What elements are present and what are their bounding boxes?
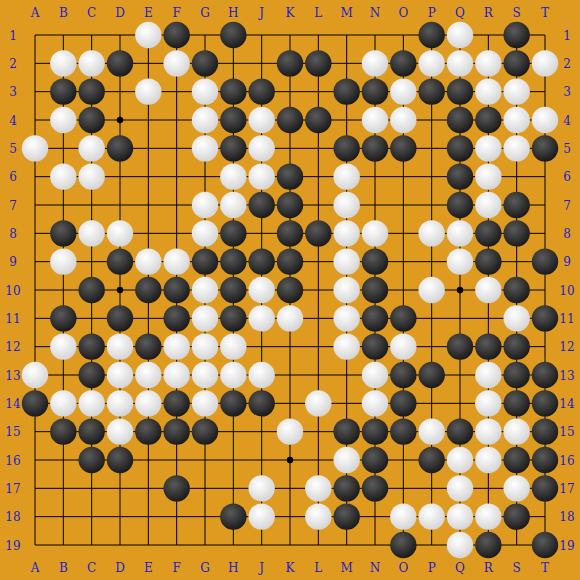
black-stone <box>135 277 161 303</box>
white-stone <box>50 390 76 416</box>
white-stone <box>305 503 331 529</box>
white-stone <box>50 248 76 274</box>
column-label-top: M <box>341 6 353 20</box>
column-label-bottom: G <box>200 561 210 575</box>
black-stone <box>532 305 558 331</box>
row-label-left: 1 <box>9 29 17 43</box>
black-stone <box>532 135 558 161</box>
white-stone <box>447 22 473 48</box>
row-label-left: 3 <box>9 85 17 99</box>
white-stone <box>220 163 246 189</box>
white-stone <box>447 220 473 246</box>
row-label-left: 19 <box>5 539 20 553</box>
black-stone <box>163 475 189 501</box>
white-stone <box>163 50 189 76</box>
column-label-top: J <box>257 6 264 20</box>
row-label-left: 5 <box>9 142 17 156</box>
column-label-top: O <box>398 6 408 20</box>
white-stone <box>418 503 444 529</box>
row-label-right: 12 <box>559 340 574 354</box>
go-board[interactable]: AABBCCDDEEFFGGHHJJKKLLMMNNOOPPQQRRSSTT11… <box>0 0 580 580</box>
row-label-left: 16 <box>5 454 20 468</box>
white-stone <box>107 220 133 246</box>
black-stone <box>362 447 388 473</box>
black-stone <box>220 390 246 416</box>
go-board-svg[interactable]: AABBCCDDEEFFGGHHJJKKLLMMNNOOPPQQRRSSTT11… <box>0 0 580 580</box>
white-stone <box>475 50 501 76</box>
column-label-top: K <box>286 6 296 20</box>
white-stone <box>333 220 359 246</box>
black-stone <box>248 192 274 218</box>
white-stone <box>475 390 501 416</box>
row-label-right: 1 <box>563 29 571 43</box>
white-stone <box>447 248 473 274</box>
black-stone <box>163 22 189 48</box>
black-stone <box>50 305 76 331</box>
black-stone <box>390 305 416 331</box>
black-stone <box>362 333 388 359</box>
white-stone <box>248 475 274 501</box>
row-label-right: 16 <box>559 454 574 468</box>
row-label-right: 4 <box>563 114 571 128</box>
row-label-left: 11 <box>5 312 20 326</box>
black-stone <box>248 390 274 416</box>
white-stone <box>248 135 274 161</box>
row-label-right: 8 <box>563 227 571 241</box>
black-stone <box>447 418 473 444</box>
black-stone <box>475 220 501 246</box>
white-stone <box>107 418 133 444</box>
white-stone <box>135 390 161 416</box>
black-stone <box>532 447 558 473</box>
white-stone <box>475 192 501 218</box>
white-stone <box>362 107 388 133</box>
white-stone <box>447 475 473 501</box>
white-stone <box>503 475 529 501</box>
white-stone <box>333 333 359 359</box>
row-label-right: 18 <box>559 510 574 524</box>
white-stone <box>447 503 473 529</box>
row-label-right: 19 <box>559 539 574 553</box>
white-stone <box>107 362 133 388</box>
row-label-left: 9 <box>9 255 17 269</box>
white-stone <box>192 135 218 161</box>
black-stone <box>362 305 388 331</box>
white-stone <box>503 418 529 444</box>
white-stone <box>78 220 104 246</box>
white-stone <box>333 192 359 218</box>
white-stone <box>163 248 189 274</box>
black-stone <box>362 277 388 303</box>
row-label-left: 12 <box>5 340 20 354</box>
white-stone <box>50 50 76 76</box>
white-stone <box>390 333 416 359</box>
column-label-top: Q <box>455 6 465 20</box>
black-stone <box>78 418 104 444</box>
white-stone <box>192 192 218 218</box>
white-stone <box>78 135 104 161</box>
row-label-right: 7 <box>563 199 571 213</box>
black-stone <box>475 248 501 274</box>
black-stone <box>532 362 558 388</box>
black-stone <box>532 248 558 274</box>
column-label-top: A <box>30 6 40 20</box>
black-stone <box>447 333 473 359</box>
black-stone <box>390 532 416 558</box>
black-stone <box>390 418 416 444</box>
white-stone <box>192 107 218 133</box>
black-stone <box>107 447 133 473</box>
white-stone <box>50 107 76 133</box>
black-stone <box>503 277 529 303</box>
white-stone <box>418 220 444 246</box>
white-stone <box>107 333 133 359</box>
black-stone <box>503 22 529 48</box>
black-stone <box>192 418 218 444</box>
black-stone <box>107 248 133 274</box>
black-stone <box>532 390 558 416</box>
column-label-bottom: D <box>115 561 125 575</box>
black-stone <box>390 135 416 161</box>
row-label-right: 11 <box>559 312 574 326</box>
black-stone <box>532 418 558 444</box>
black-stone <box>163 418 189 444</box>
black-stone <box>503 447 529 473</box>
white-stone <box>135 248 161 274</box>
black-stone <box>220 220 246 246</box>
white-stone <box>333 305 359 331</box>
black-stone <box>447 163 473 189</box>
white-stone <box>277 418 303 444</box>
black-stone <box>305 220 331 246</box>
black-stone <box>107 305 133 331</box>
white-stone <box>305 475 331 501</box>
black-stone <box>503 362 529 388</box>
black-stone <box>390 50 416 76</box>
black-stone <box>447 135 473 161</box>
white-stone <box>390 503 416 529</box>
black-stone <box>78 277 104 303</box>
white-stone <box>248 163 274 189</box>
black-stone <box>163 277 189 303</box>
white-stone <box>418 277 444 303</box>
white-stone <box>248 362 274 388</box>
column-label-bottom: P <box>428 561 436 575</box>
row-label-left: 4 <box>9 114 17 128</box>
white-stone <box>192 362 218 388</box>
black-stone <box>447 192 473 218</box>
black-stone <box>277 107 303 133</box>
black-stone <box>475 532 501 558</box>
black-stone <box>362 248 388 274</box>
white-stone <box>248 107 274 133</box>
white-stone <box>22 135 48 161</box>
column-label-top: F <box>173 6 181 20</box>
row-label-right: 2 <box>563 57 571 71</box>
white-stone <box>192 333 218 359</box>
row-label-left: 13 <box>5 369 20 383</box>
black-stone <box>277 220 303 246</box>
column-label-top: S <box>513 6 521 20</box>
black-stone <box>50 418 76 444</box>
column-label-top: B <box>59 6 68 20</box>
row-label-right: 5 <box>563 142 571 156</box>
black-stone <box>78 78 104 104</box>
white-stone <box>447 50 473 76</box>
column-label-bottom: Q <box>455 561 465 575</box>
black-stone <box>532 532 558 558</box>
column-label-top: P <box>428 6 436 20</box>
black-stone <box>503 390 529 416</box>
white-stone <box>503 78 529 104</box>
black-stone <box>50 220 76 246</box>
white-stone <box>447 532 473 558</box>
column-label-top: D <box>115 6 125 20</box>
black-stone <box>418 78 444 104</box>
black-stone <box>418 447 444 473</box>
black-stone <box>220 78 246 104</box>
row-label-right: 6 <box>563 170 571 184</box>
black-stone <box>447 78 473 104</box>
black-stone <box>362 418 388 444</box>
black-stone <box>163 305 189 331</box>
column-label-bottom: F <box>173 561 181 575</box>
black-stone <box>333 418 359 444</box>
black-stone <box>333 503 359 529</box>
white-stone <box>362 362 388 388</box>
black-stone <box>362 475 388 501</box>
black-stone <box>475 107 501 133</box>
white-stone <box>220 192 246 218</box>
black-stone <box>220 503 246 529</box>
black-stone <box>277 248 303 274</box>
white-stone <box>220 333 246 359</box>
column-label-bottom: R <box>484 561 494 575</box>
black-stone <box>503 192 529 218</box>
black-stone <box>503 503 529 529</box>
star-point <box>117 287 123 293</box>
black-stone <box>220 277 246 303</box>
black-stone <box>220 107 246 133</box>
column-label-bottom: E <box>144 561 153 575</box>
column-label-top: E <box>144 6 153 20</box>
white-stone <box>135 22 161 48</box>
column-label-top: R <box>484 6 494 20</box>
black-stone <box>107 135 133 161</box>
black-stone <box>135 418 161 444</box>
white-stone <box>447 447 473 473</box>
black-stone <box>333 135 359 161</box>
white-stone <box>192 277 218 303</box>
column-label-bottom: S <box>513 561 521 575</box>
column-label-top: G <box>200 6 210 20</box>
row-label-left: 18 <box>5 510 20 524</box>
black-stone <box>418 22 444 48</box>
row-label-left: 17 <box>5 482 20 496</box>
white-stone <box>78 50 104 76</box>
black-stone <box>362 135 388 161</box>
black-stone <box>277 163 303 189</box>
white-stone <box>532 50 558 76</box>
white-stone <box>192 390 218 416</box>
white-stone <box>390 78 416 104</box>
black-stone <box>78 447 104 473</box>
white-stone <box>50 333 76 359</box>
white-stone <box>418 50 444 76</box>
white-stone <box>475 418 501 444</box>
star-point <box>287 457 293 463</box>
white-stone <box>475 362 501 388</box>
column-label-bottom: B <box>59 561 68 575</box>
star-point <box>457 287 463 293</box>
black-stone <box>163 390 189 416</box>
black-stone <box>78 107 104 133</box>
black-stone <box>503 220 529 246</box>
white-stone <box>305 390 331 416</box>
black-stone <box>248 78 274 104</box>
column-label-bottom: H <box>228 561 238 575</box>
black-stone <box>22 390 48 416</box>
black-stone <box>107 50 133 76</box>
black-stone <box>192 248 218 274</box>
column-label-bottom: A <box>30 561 40 575</box>
black-stone <box>447 107 473 133</box>
column-label-top: N <box>370 6 381 20</box>
white-stone <box>418 418 444 444</box>
black-stone <box>220 135 246 161</box>
black-stone <box>503 50 529 76</box>
black-stone <box>503 333 529 359</box>
row-label-left: 10 <box>5 284 20 298</box>
black-stone <box>390 362 416 388</box>
row-label-left: 15 <box>5 425 20 439</box>
black-stone <box>277 50 303 76</box>
white-stone <box>50 163 76 189</box>
black-stone <box>333 78 359 104</box>
white-stone <box>475 503 501 529</box>
white-stone <box>192 305 218 331</box>
black-stone <box>78 333 104 359</box>
black-stone <box>248 248 274 274</box>
row-label-left: 14 <box>5 397 21 411</box>
black-stone <box>532 475 558 501</box>
black-stone <box>277 192 303 218</box>
white-stone <box>163 333 189 359</box>
white-stone <box>248 305 274 331</box>
black-stone <box>475 333 501 359</box>
white-stone <box>220 362 246 388</box>
row-label-right: 14 <box>559 397 575 411</box>
white-stone <box>333 447 359 473</box>
black-stone <box>192 50 218 76</box>
row-label-left: 6 <box>9 170 17 184</box>
white-stone <box>107 390 133 416</box>
row-label-right: 17 <box>559 482 574 496</box>
star-point <box>117 117 123 123</box>
black-stone <box>277 277 303 303</box>
black-stone <box>305 107 331 133</box>
white-stone <box>192 78 218 104</box>
column-label-top: T <box>541 6 549 20</box>
black-stone <box>362 78 388 104</box>
white-stone <box>163 362 189 388</box>
row-label-left: 8 <box>9 227 17 241</box>
white-stone <box>135 362 161 388</box>
white-stone <box>277 305 303 331</box>
row-label-right: 9 <box>563 255 571 269</box>
black-stone <box>390 390 416 416</box>
white-stone <box>135 78 161 104</box>
white-stone <box>78 163 104 189</box>
column-label-bottom: T <box>541 561 549 575</box>
black-stone <box>135 333 161 359</box>
black-stone <box>50 78 76 104</box>
white-stone <box>475 78 501 104</box>
white-stone <box>333 277 359 303</box>
column-label-bottom: C <box>87 561 96 575</box>
white-stone <box>475 277 501 303</box>
white-stone <box>192 220 218 246</box>
white-stone <box>78 390 104 416</box>
white-stone <box>362 50 388 76</box>
column-label-top: L <box>314 6 322 20</box>
white-stone <box>503 107 529 133</box>
column-label-bottom: K <box>286 561 296 575</box>
white-stone <box>503 305 529 331</box>
black-stone <box>220 305 246 331</box>
black-stone <box>78 362 104 388</box>
white-stone <box>22 362 48 388</box>
row-label-left: 2 <box>9 57 17 71</box>
column-label-top: C <box>87 6 96 20</box>
white-stone <box>362 220 388 246</box>
white-stone <box>475 135 501 161</box>
row-label-right: 3 <box>563 85 571 99</box>
white-stone <box>532 107 558 133</box>
column-label-bottom: L <box>314 561 322 575</box>
column-label-bottom: M <box>341 561 353 575</box>
row-label-right: 10 <box>559 284 574 298</box>
black-stone <box>333 475 359 501</box>
column-label-bottom: N <box>370 561 381 575</box>
white-stone <box>475 163 501 189</box>
white-stone <box>248 503 274 529</box>
black-stone <box>220 22 246 48</box>
white-stone <box>333 163 359 189</box>
white-stone <box>362 390 388 416</box>
column-label-top: H <box>228 6 238 20</box>
row-label-right: 13 <box>559 369 574 383</box>
black-stone <box>418 362 444 388</box>
row-label-left: 7 <box>9 199 17 213</box>
white-stone <box>390 107 416 133</box>
white-stone <box>503 135 529 161</box>
white-stone <box>475 447 501 473</box>
white-stone <box>248 277 274 303</box>
column-label-bottom: O <box>398 561 408 575</box>
column-label-bottom: J <box>257 561 264 575</box>
black-stone <box>220 248 246 274</box>
row-label-right: 15 <box>559 425 574 439</box>
white-stone <box>333 248 359 274</box>
black-stone <box>305 50 331 76</box>
